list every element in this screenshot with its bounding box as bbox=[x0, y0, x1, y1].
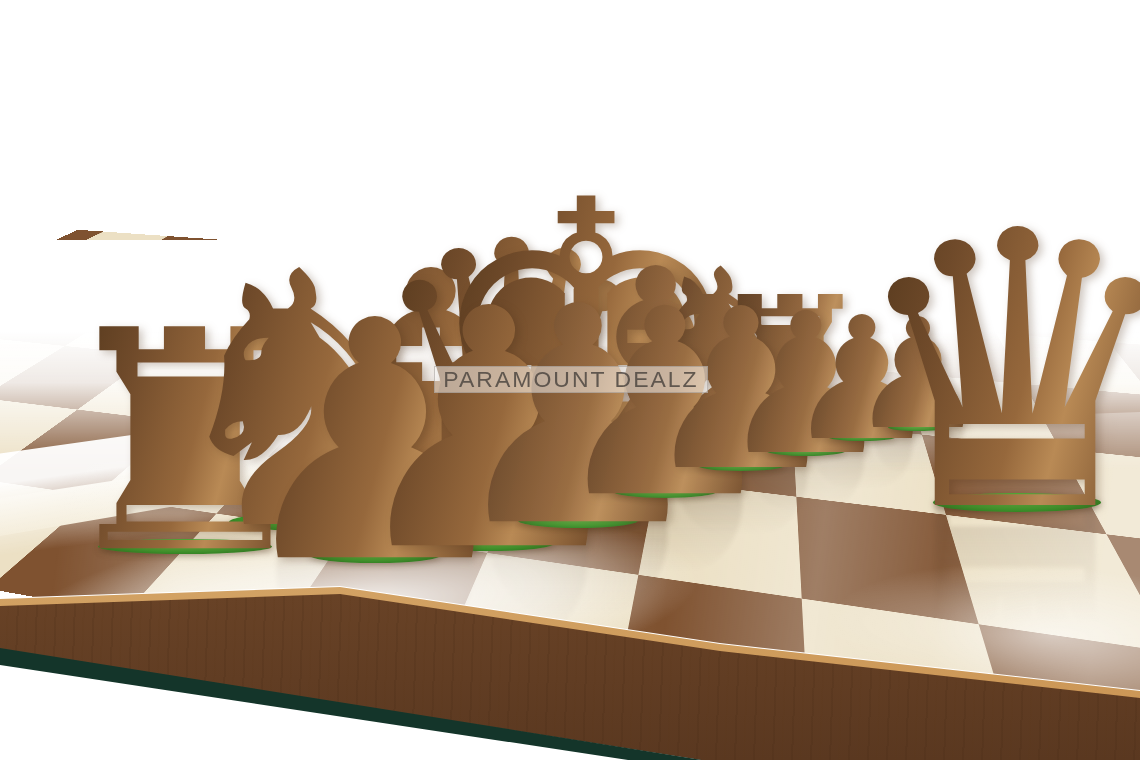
watermark-text: PARAMOUNT DEALZ bbox=[443, 366, 698, 392]
watermark: PARAMOUNT DEALZ bbox=[434, 366, 708, 393]
piece-queen-h5: ♛ bbox=[826, 182, 1140, 564]
product-photo: ♟♟♟♟♟♟♟♟♛ ♜♞♝♛♚♝♞♜♟♟♟♟♟♟♟♟♛ PARAMOUNT DE… bbox=[0, 0, 1140, 760]
queen-glyph: ♛ bbox=[826, 182, 1140, 564]
